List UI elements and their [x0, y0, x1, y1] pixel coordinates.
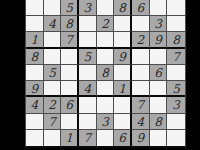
cell-r1c5[interactable]: [97, 0, 115, 16]
cell-r4c2[interactable]: [44, 49, 62, 65]
cell-r2c1[interactable]: [26, 16, 44, 32]
cell-r4c8[interactable]: [150, 49, 168, 65]
cell-r5c1[interactable]: [26, 65, 44, 81]
cell-r5c3[interactable]: [61, 65, 79, 81]
cell-r4c6[interactable]: 9: [114, 49, 132, 65]
cell-r1c6[interactable]: 8: [114, 0, 132, 16]
cell-r8c9[interactable]: [167, 114, 185, 130]
cell-r7c8[interactable]: [150, 97, 168, 113]
cell-r5c9[interactable]: [167, 65, 185, 81]
cell-r6c9[interactable]: 5: [167, 81, 185, 97]
cell-r4c7[interactable]: [132, 49, 150, 65]
cell-r1c7[interactable]: 6: [132, 0, 150, 16]
cell-r6c3[interactable]: [61, 81, 79, 97]
cell-r3c9[interactable]: 8: [167, 32, 185, 48]
cell-r8c1[interactable]: [26, 114, 44, 130]
cell-r3c8[interactable]: 9: [150, 32, 168, 48]
cell-r9c8[interactable]: [150, 130, 168, 146]
cell-r2c6[interactable]: [114, 16, 132, 32]
cell-r2c9[interactable]: [167, 16, 185, 32]
cell-r7c9[interactable]: 3: [167, 97, 185, 113]
cell-r1c9[interactable]: [167, 0, 185, 16]
cell-r6c8[interactable]: [150, 81, 168, 97]
cell-r3c1[interactable]: 1: [26, 32, 44, 48]
cell-r3c6[interactable]: [114, 32, 132, 48]
cell-r9c6[interactable]: 6: [114, 130, 132, 146]
cell-r5c5[interactable]: 8: [97, 65, 115, 81]
cell-r7c1[interactable]: 4: [26, 97, 44, 113]
cell-r3c7[interactable]: 2: [132, 32, 150, 48]
cell-r7c2[interactable]: 2: [44, 97, 62, 113]
cell-r2c5[interactable]: 2: [97, 16, 115, 32]
cell-r9c4[interactable]: 7: [79, 130, 97, 146]
cell-r3c2[interactable]: [44, 32, 62, 48]
cell-r9c7[interactable]: 9: [132, 130, 150, 146]
cell-r1c1[interactable]: [26, 0, 44, 16]
cell-r8c5[interactable]: 3: [97, 114, 115, 130]
cell-r6c5[interactable]: [97, 81, 115, 97]
cell-r5c4[interactable]: [79, 65, 97, 81]
cell-r6c6[interactable]: 1: [114, 81, 132, 97]
cell-r9c5[interactable]: [97, 130, 115, 146]
cell-r7c5[interactable]: [97, 97, 115, 113]
cell-r1c3[interactable]: 5: [61, 0, 79, 16]
cell-r4c1[interactable]: 8: [26, 49, 44, 65]
cell-r9c1[interactable]: [26, 130, 44, 146]
cell-r8c4[interactable]: [79, 114, 97, 130]
cell-r8c2[interactable]: 7: [44, 114, 62, 130]
cell-r9c9[interactable]: [167, 130, 185, 146]
cell-r4c5[interactable]: [97, 49, 115, 65]
cell-r9c3[interactable]: 1: [61, 130, 79, 146]
cell-r7c3[interactable]: 6: [61, 97, 79, 113]
cell-r8c8[interactable]: 8: [150, 114, 168, 130]
cell-r6c4[interactable]: 4: [79, 81, 97, 97]
cell-r8c3[interactable]: [61, 114, 79, 130]
cell-r4c4[interactable]: 5: [79, 49, 97, 65]
cell-r7c4[interactable]: [79, 97, 97, 113]
cell-r3c4[interactable]: [79, 32, 97, 48]
cell-r1c2[interactable]: [44, 0, 62, 16]
page-background: 5386482317298859758694154267373481769: [0, 0, 200, 150]
cell-r5c6[interactable]: [114, 65, 132, 81]
cell-r8c6[interactable]: [114, 114, 132, 130]
cell-r6c2[interactable]: [44, 81, 62, 97]
cell-r5c7[interactable]: [132, 65, 150, 81]
cell-r5c8[interactable]: 6: [150, 65, 168, 81]
cell-r1c8[interactable]: [150, 0, 168, 16]
cell-r2c3[interactable]: 8: [61, 16, 79, 32]
cell-r7c7[interactable]: 7: [132, 97, 150, 113]
cell-r5c2[interactable]: 5: [44, 65, 62, 81]
sudoku-board: 5386482317298859758694154267373481769: [25, 0, 186, 148]
cell-r2c2[interactable]: 4: [44, 16, 62, 32]
cell-r8c7[interactable]: 4: [132, 114, 150, 130]
cell-r9c2[interactable]: [44, 130, 62, 146]
cell-r3c3[interactable]: 7: [61, 32, 79, 48]
cell-r7c6[interactable]: [114, 97, 132, 113]
cell-r6c7[interactable]: [132, 81, 150, 97]
cell-r3c5[interactable]: [97, 32, 115, 48]
cell-r2c8[interactable]: 3: [150, 16, 168, 32]
cell-r1c4[interactable]: 3: [79, 0, 97, 16]
cell-r4c9[interactable]: 7: [167, 49, 185, 65]
cell-r4c3[interactable]: [61, 49, 79, 65]
cell-r2c4[interactable]: [79, 16, 97, 32]
cell-r6c1[interactable]: 9: [26, 81, 44, 97]
cell-r2c7[interactable]: [132, 16, 150, 32]
